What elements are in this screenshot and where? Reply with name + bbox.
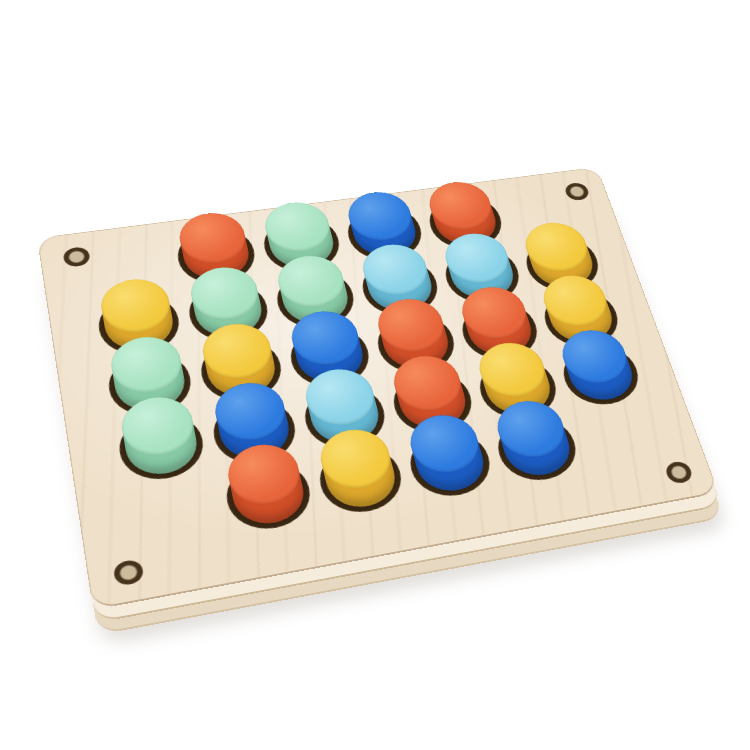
- board-cell: [215, 455, 323, 537]
- corner-screw-bottom-right: [663, 460, 694, 485]
- corner-screw-bottom-left: [112, 558, 145, 587]
- board-cell-no-hole: [570, 397, 674, 472]
- peg-grid: [79, 181, 674, 554]
- board-scene: [0, 0, 750, 750]
- board-cell-no-hole: [119, 470, 228, 554]
- peg-mint[interactable]: [118, 393, 202, 480]
- board-cell: [307, 440, 414, 520]
